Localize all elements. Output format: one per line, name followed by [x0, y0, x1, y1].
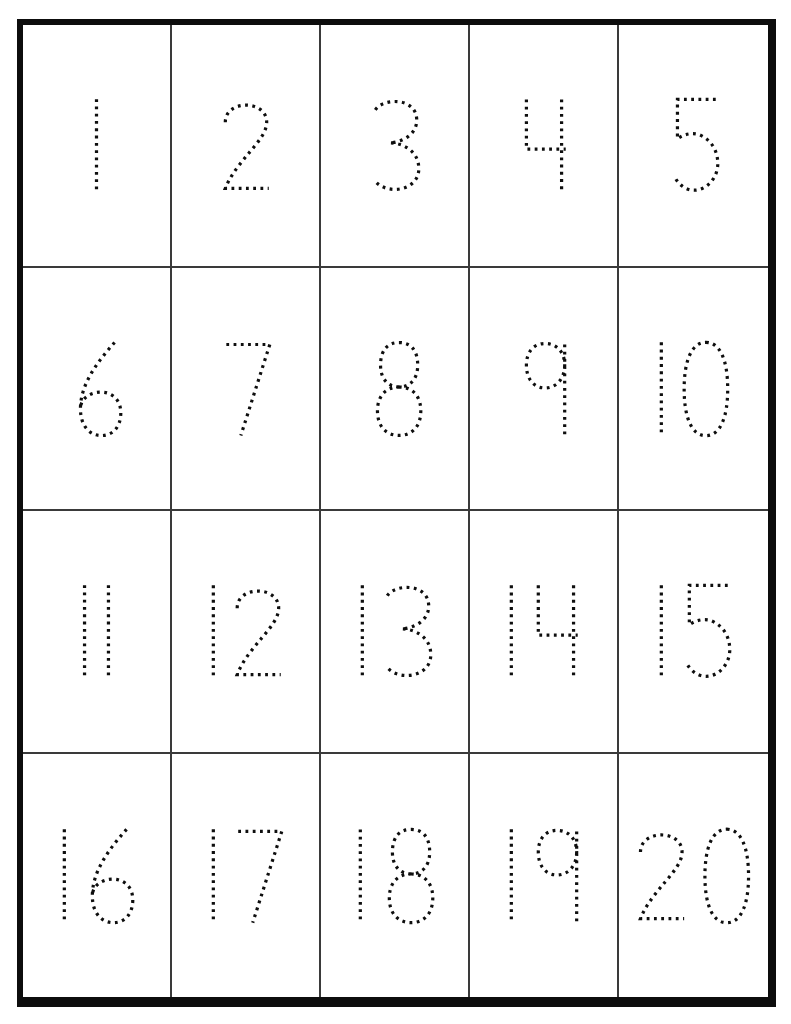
worksheet-page	[0, 0, 791, 1024]
cell-8	[321, 268, 470, 511]
traced-number-1-glyph	[87, 93, 106, 199]
traced-number-17-glyph	[204, 823, 288, 929]
traced-number-13-glyph	[353, 579, 437, 685]
traced-number-8-glyph	[363, 336, 427, 442]
cell-20	[619, 754, 768, 997]
traced-number-11-glyph	[75, 579, 118, 685]
traced-number-4-glyph	[514, 93, 574, 199]
cell-5	[619, 25, 768, 268]
traced-number-10-glyph	[652, 336, 736, 442]
cell-12	[172, 511, 321, 754]
traced-number-14-glyph	[502, 579, 586, 685]
cell-1	[23, 25, 172, 268]
traced-number-9-glyph	[514, 336, 574, 442]
cell-11	[23, 511, 172, 754]
tracing-grid	[17, 19, 776, 1007]
cell-15	[619, 511, 768, 754]
traced-number-6-glyph	[67, 336, 127, 442]
cell-2	[172, 25, 321, 268]
traced-number-19-glyph	[502, 823, 586, 929]
cell-7	[172, 268, 321, 511]
cell-17	[172, 754, 321, 997]
traced-number-2-glyph	[216, 93, 276, 199]
cell-3	[321, 25, 470, 268]
cell-19	[470, 754, 619, 997]
cell-18	[321, 754, 470, 997]
cell-6	[23, 268, 172, 511]
cell-9	[470, 268, 619, 511]
traced-number-18-glyph	[351, 823, 439, 929]
traced-number-7-glyph	[216, 336, 276, 442]
traced-number-3-glyph	[365, 93, 425, 199]
traced-number-20-glyph	[631, 823, 757, 929]
traced-number-12-glyph	[204, 579, 288, 685]
traced-number-15-glyph	[652, 579, 736, 685]
cell-10	[619, 268, 768, 511]
cell-14	[470, 511, 619, 754]
traced-number-5-glyph	[664, 93, 724, 199]
cell-13	[321, 511, 470, 754]
cell-4	[470, 25, 619, 268]
cell-16	[23, 754, 172, 997]
traced-number-16-glyph	[55, 823, 139, 929]
